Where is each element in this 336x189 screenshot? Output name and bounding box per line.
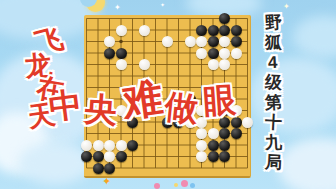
text-char: 中 xyxy=(46,82,84,131)
white-stone xyxy=(93,140,104,151)
black-stone xyxy=(231,36,242,47)
white-stone xyxy=(196,48,207,59)
white-stone xyxy=(219,36,230,47)
black-stone xyxy=(219,13,230,24)
black-stone xyxy=(219,140,230,151)
black-stone xyxy=(81,151,92,162)
white-stone xyxy=(104,151,115,162)
black-stone xyxy=(219,25,230,36)
deco-dot xyxy=(181,180,188,187)
black-stone xyxy=(196,25,207,36)
white-stone xyxy=(104,36,115,47)
black-stone xyxy=(208,36,219,47)
white-stone xyxy=(162,36,173,47)
black-stone xyxy=(208,140,219,151)
white-stone xyxy=(196,128,207,139)
white-stone xyxy=(139,25,150,36)
white-stone xyxy=(196,36,207,47)
white-stone xyxy=(208,128,219,139)
text-char: 狐 xyxy=(264,33,282,54)
black-stone xyxy=(231,25,242,36)
black-stone xyxy=(93,163,104,174)
white-stone xyxy=(219,48,230,59)
text-char: 难 xyxy=(119,69,166,129)
center-title-text: 中央难做眼 xyxy=(48,68,298,123)
text-char: 央 xyxy=(83,87,119,134)
black-stone xyxy=(219,128,230,139)
white-stone xyxy=(196,151,207,162)
black-stone xyxy=(116,48,127,59)
black-stone xyxy=(219,151,230,162)
deco-dot xyxy=(174,183,178,187)
white-stone xyxy=(116,140,127,151)
black-stone xyxy=(208,25,219,36)
white-stone xyxy=(196,140,207,151)
black-stone xyxy=(127,140,138,151)
text-char: 局 xyxy=(264,153,282,174)
cloud xyxy=(293,16,336,58)
white-stone xyxy=(231,48,242,59)
thumbnail-canvas: ✦ ✦ ✦ 飞龙在天 中央难做眼 野狐4级第十九局 ✦ xyxy=(0,0,336,189)
sparkle-icon: ✦ xyxy=(283,3,290,11)
white-stone xyxy=(116,25,127,36)
text-char: 野 xyxy=(264,13,282,34)
sparkle-icon: ✦ xyxy=(160,1,165,9)
deco-dot xyxy=(154,183,160,189)
text-char: 九 xyxy=(264,133,282,154)
text-char: 眼 xyxy=(202,78,238,125)
white-stone xyxy=(104,140,115,151)
deco-dot xyxy=(190,183,195,188)
sparkle-icon: ✦ xyxy=(114,4,121,12)
white-stone xyxy=(81,140,92,151)
star-icon: ✦ xyxy=(102,177,111,185)
black-stone xyxy=(104,163,115,174)
black-stone xyxy=(116,151,127,162)
black-stone xyxy=(208,48,219,59)
white-stone xyxy=(185,36,196,47)
black-stone xyxy=(93,151,104,162)
text-char: 做 xyxy=(163,84,201,132)
black-stone xyxy=(104,48,115,59)
black-stone xyxy=(208,151,219,162)
black-stone xyxy=(231,128,242,139)
